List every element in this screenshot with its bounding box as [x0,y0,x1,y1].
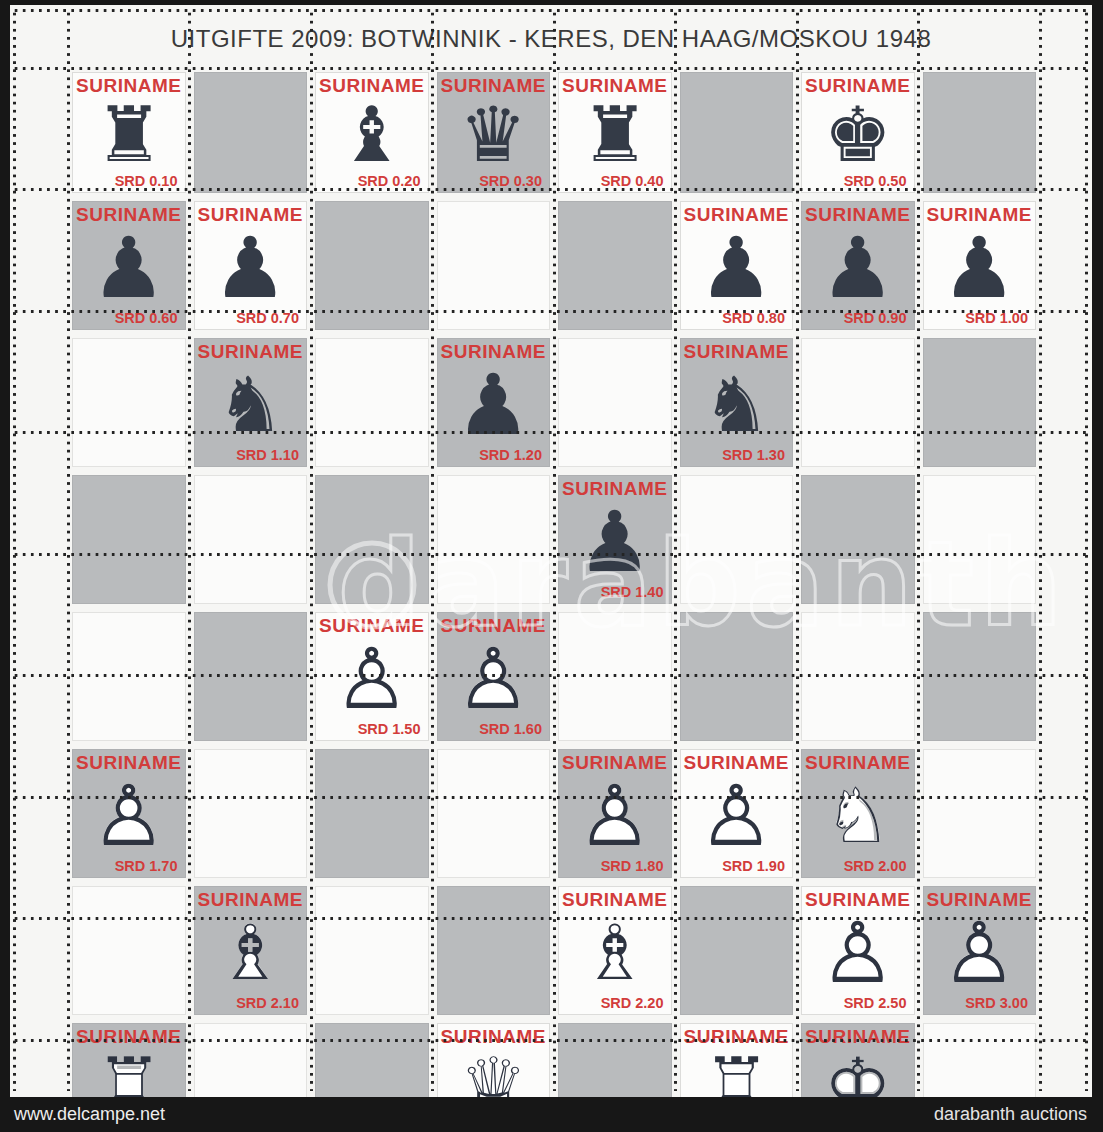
white-pawn-icon: ♟♙ [802,911,914,995]
stamp-a8: SURINAME♜SRD 0.10 [68,68,190,197]
stamp-b6: SURINAME♞SRD 1.10 [190,334,312,471]
stamp-e2: SURINAME♝♗SRD 2.20 [554,882,676,1019]
white-bishop-icon: ♝♗ [559,911,671,995]
stamp-d6: SURINAME♟SRD 1.20 [433,334,555,471]
perforation-column [916,10,921,1091]
perforation-row [12,187,1088,192]
perforation-column [12,10,17,1091]
perforation-row [12,8,1088,13]
perforation-column [673,10,678,1091]
blank-square-f5 [676,471,798,608]
perforation-row [12,1038,1088,1043]
blank-square-b3 [190,745,312,882]
blank-square-d2 [433,882,555,1019]
white-pawn-icon: ♟♙ [438,637,550,721]
perforation-row [12,795,1088,800]
stamp-value: SRD 1.30 [681,447,793,466]
black-rook-icon: ♜ [73,97,185,173]
black-pawn-icon: ♟ [195,226,307,310]
stamp-g3: SURINAME♞♘SRD 2.00 [797,745,919,882]
stamp-a3: SURINAME♟♙SRD 1.70 [68,745,190,882]
blank-square-c5 [311,471,433,608]
blank-square-h5 [919,471,1041,608]
stamp-e5: SURINAME♟SRD 1.40 [554,471,676,608]
blank-square-a6 [68,334,190,471]
stamp-value: SRD 2.00 [802,858,914,877]
blank-square-b5 [190,471,312,608]
perforation-row [12,916,1088,921]
perforation-column [552,10,557,1091]
white-pawn-icon: ♟♙ [559,774,671,858]
blank-square-c6 [311,334,433,471]
stamp-f6: SURINAME♞SRD 1.30 [676,334,798,471]
black-pawn-icon: ♟ [681,226,793,310]
blank-square-d5 [433,471,555,608]
perforation-row [12,309,1088,314]
stamp-value: SRD 2.20 [559,995,671,1014]
black-pawn-icon: ♟ [73,226,185,310]
blank-square-c3 [311,745,433,882]
perforation-column [1084,10,1089,1091]
stamp-value: SRD 1.60 [438,721,550,740]
blank-square-h6 [919,334,1041,471]
black-queen-icon: ♛ [438,97,550,173]
blank-square-g6 [797,334,919,471]
white-pawn-icon: ♟♙ [681,774,793,858]
white-pawn-icon: ♟♙ [924,911,1036,995]
blank-square-h3 [919,745,1041,882]
blank-square-a2 [68,882,190,1019]
stamp-g8: SURINAME♚SRD 0.50 [797,68,919,197]
stamp-h2: SURINAME♟♙SRD 3.00 [919,882,1041,1019]
stamp-d8: SURINAME♛SRD 0.30 [433,68,555,197]
stamp-value: SRD 1.80 [559,858,671,877]
white-knight-icon: ♞♘ [802,774,914,858]
white-pawn-icon: ♟♙ [73,774,185,858]
perforation-row [12,552,1088,557]
blank-square-h8 [919,68,1041,197]
stamp-value: SRD 1.50 [316,721,428,740]
blank-square-f8 [676,68,798,197]
stamp-value: SRD 3.00 [924,995,1036,1014]
stamp-value: SRD 1.70 [73,858,185,877]
blank-square-e6 [554,334,676,471]
black-pawn-icon: ♟ [802,226,914,310]
perforation-column [66,10,71,1091]
stamp-value: SRD 2.50 [802,995,914,1014]
stamp-b2: SURINAME♝♗SRD 2.10 [190,882,312,1019]
perforation-column [430,10,435,1091]
stamp-e8: SURINAME♜SRD 0.40 [554,68,676,197]
stamp-value: SRD 2.10 [195,995,307,1014]
stamp-f3: SURINAME♟♙SRD 1.90 [676,745,798,882]
stamp-value: SRD 1.40 [559,584,671,603]
perforation-column [1038,10,1043,1091]
perforation-column [309,10,314,1091]
stamp-c8: SURINAME♝SRD 0.20 [311,68,433,197]
blank-square-g5 [797,471,919,608]
blank-square-c2 [311,882,433,1019]
black-pawn-icon: ♟ [559,500,671,584]
stamp-g2: SURINAME♟♙SRD 2.50 [797,882,919,1019]
black-king-icon: ♚ [802,97,914,173]
white-pawn-icon: ♟♙ [316,637,428,721]
perforation-row [12,673,1088,678]
black-bishop-icon: ♝ [316,97,428,173]
footer-left-watermark: www.delcampe.net [14,1104,165,1125]
perforation-row [12,430,1088,435]
blank-square-d3 [433,745,555,882]
blank-square-a5 [68,471,190,608]
footer-bar: www.delcampe.net darabanth auctions [0,1097,1103,1132]
stamp-sheet: UITGIFTE 2009: BOTWINNIK - KERES, DEN HA… [10,5,1092,1097]
black-pawn-icon: ♟ [924,226,1036,310]
stamp-value: SRD 1.20 [438,447,550,466]
perforation-column [795,10,800,1091]
perforation-column [187,10,192,1091]
stamp-value: SRD 1.90 [681,858,793,877]
stamp-value: SRD 1.10 [195,447,307,466]
footer-right-watermark: darabanth auctions [934,1104,1087,1125]
black-rook-icon: ♜ [559,97,671,173]
white-bishop-icon: ♝♗ [195,911,307,995]
blank-square-f2 [676,882,798,1019]
blank-square-b8 [190,68,312,197]
stamp-e3: SURINAME♟♙SRD 1.80 [554,745,676,882]
perforation-row [12,66,1088,71]
